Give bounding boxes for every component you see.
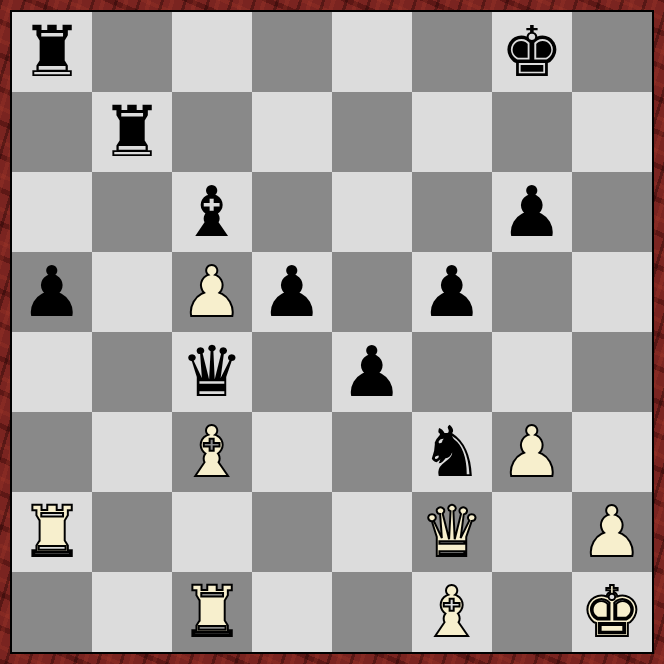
square-a1[interactable]: [12, 572, 92, 652]
square-a4[interactable]: [12, 332, 92, 412]
square-f3[interactable]: ♞: [412, 412, 492, 492]
square-h6[interactable]: [572, 172, 652, 252]
square-d4[interactable]: [252, 332, 332, 412]
square-h5[interactable]: [572, 252, 652, 332]
square-e7[interactable]: [332, 92, 412, 172]
square-b7[interactable]: ♜: [92, 92, 172, 172]
square-f4[interactable]: [412, 332, 492, 412]
square-b8[interactable]: [92, 12, 172, 92]
square-f5[interactable]: ♟: [412, 252, 492, 332]
piece-black-B-c6: ♝: [181, 172, 244, 252]
square-f1[interactable]: ♝: [412, 572, 492, 652]
square-c8[interactable]: [172, 12, 252, 92]
piece-black-P-e4: ♟: [341, 332, 404, 412]
square-b5[interactable]: [92, 252, 172, 332]
piece-white-R-c1: ♜: [181, 572, 244, 652]
piece-white-B-c3: ♝: [181, 412, 244, 492]
square-e1[interactable]: [332, 572, 412, 652]
chess-board: ♜♚♜♝♟♟♟♟♟♛♟♝♞♟♜♛♟♜♝♚: [12, 12, 652, 652]
square-d2[interactable]: [252, 492, 332, 572]
board-border: ♜♚♜♝♟♟♟♟♟♛♟♝♞♟♜♛♟♜♝♚: [10, 10, 654, 654]
square-f7[interactable]: [412, 92, 492, 172]
square-d7[interactable]: [252, 92, 332, 172]
piece-white-R-a2: ♜: [21, 492, 84, 572]
square-c2[interactable]: [172, 492, 252, 572]
square-b1[interactable]: [92, 572, 172, 652]
square-f6[interactable]: [412, 172, 492, 252]
square-h1[interactable]: ♚: [572, 572, 652, 652]
square-e6[interactable]: [332, 172, 412, 252]
square-a3[interactable]: [12, 412, 92, 492]
square-h2[interactable]: ♟: [572, 492, 652, 572]
square-h7[interactable]: [572, 92, 652, 172]
square-e8[interactable]: [332, 12, 412, 92]
square-c7[interactable]: [172, 92, 252, 172]
square-d6[interactable]: [252, 172, 332, 252]
square-d8[interactable]: [252, 12, 332, 92]
piece-white-P-c5: ♟: [181, 252, 244, 332]
piece-black-K-g8: ♚: [501, 12, 564, 92]
square-c3[interactable]: ♝: [172, 412, 252, 492]
square-d5[interactable]: ♟: [252, 252, 332, 332]
piece-black-Q-c4: ♛: [181, 332, 244, 412]
piece-white-Q-f2: ♛: [421, 492, 484, 572]
square-c4[interactable]: ♛: [172, 332, 252, 412]
square-d3[interactable]: [252, 412, 332, 492]
square-b6[interactable]: [92, 172, 172, 252]
square-h4[interactable]: [572, 332, 652, 412]
square-e4[interactable]: ♟: [332, 332, 412, 412]
square-f2[interactable]: ♛: [412, 492, 492, 572]
square-e5[interactable]: [332, 252, 412, 332]
square-a8[interactable]: ♜: [12, 12, 92, 92]
square-g6[interactable]: ♟: [492, 172, 572, 252]
square-c1[interactable]: ♜: [172, 572, 252, 652]
square-b3[interactable]: [92, 412, 172, 492]
square-c5[interactable]: ♟: [172, 252, 252, 332]
piece-black-R-a8: ♜: [21, 12, 84, 92]
piece-white-K-h1: ♚: [581, 572, 644, 652]
square-a5[interactable]: ♟: [12, 252, 92, 332]
square-g2[interactable]: [492, 492, 572, 572]
square-e2[interactable]: [332, 492, 412, 572]
piece-black-P-g6: ♟: [501, 172, 564, 252]
square-f8[interactable]: [412, 12, 492, 92]
square-h8[interactable]: [572, 12, 652, 92]
piece-black-P-d5: ♟: [261, 252, 324, 332]
square-d1[interactable]: [252, 572, 332, 652]
square-b4[interactable]: [92, 332, 172, 412]
piece-black-R-b7: ♜: [101, 92, 164, 172]
square-g3[interactable]: ♟: [492, 412, 572, 492]
square-g1[interactable]: [492, 572, 572, 652]
square-g7[interactable]: [492, 92, 572, 172]
square-g8[interactable]: ♚: [492, 12, 572, 92]
square-b2[interactable]: [92, 492, 172, 572]
square-g5[interactable]: [492, 252, 572, 332]
square-h3[interactable]: [572, 412, 652, 492]
square-a7[interactable]: [12, 92, 92, 172]
piece-white-B-f1: ♝: [421, 572, 484, 652]
piece-white-P-g3: ♟: [501, 412, 564, 492]
piece-black-P-a5: ♟: [21, 252, 84, 332]
board-frame: ♜♚♜♝♟♟♟♟♟♛♟♝♞♟♜♛♟♜♝♚: [0, 0, 664, 664]
square-g4[interactable]: [492, 332, 572, 412]
square-a6[interactable]: [12, 172, 92, 252]
square-a2[interactable]: ♜: [12, 492, 92, 572]
piece-black-N-f3: ♞: [421, 412, 484, 492]
piece-white-P-h2: ♟: [581, 492, 644, 572]
piece-black-P-f5: ♟: [421, 252, 484, 332]
square-c6[interactable]: ♝: [172, 172, 252, 252]
square-e3[interactable]: [332, 412, 412, 492]
